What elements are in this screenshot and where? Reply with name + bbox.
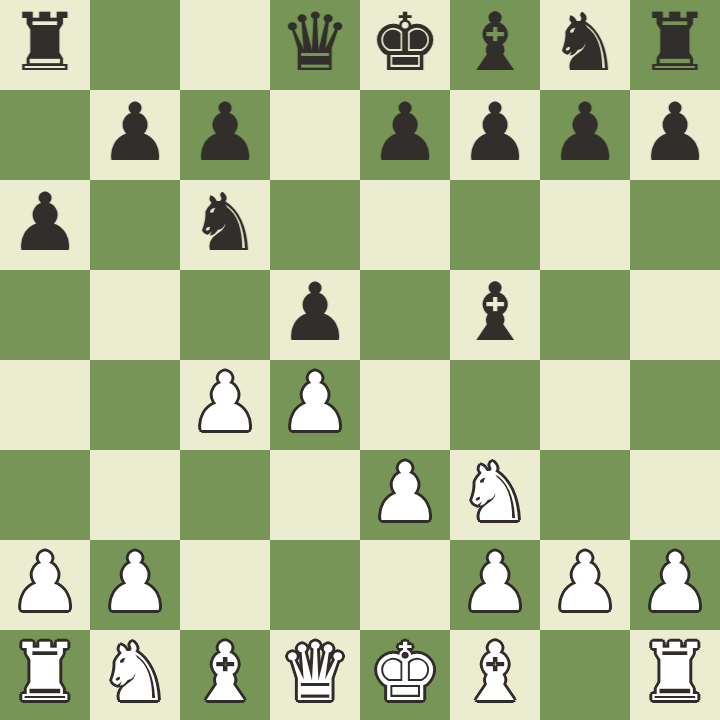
- piece-black-bishop[interactable]: ♝: [459, 0, 531, 88]
- square-a6[interactable]: ♟: [0, 180, 90, 270]
- piece-black-pawn[interactable]: ♟: [549, 90, 621, 178]
- piece-white-pawn[interactable]: ♟: [639, 540, 711, 628]
- square-h6[interactable]: [630, 180, 720, 270]
- square-e4[interactable]: [360, 360, 450, 450]
- square-h5[interactable]: [630, 270, 720, 360]
- square-b7[interactable]: ♟: [90, 90, 180, 180]
- square-c7[interactable]: ♟: [180, 90, 270, 180]
- piece-black-bishop[interactable]: ♝: [459, 270, 531, 358]
- piece-white-king[interactable]: ♚: [369, 630, 441, 718]
- piece-white-rook[interactable]: ♜: [9, 630, 81, 718]
- square-a2[interactable]: ♟: [0, 540, 90, 630]
- square-c1[interactable]: ♝: [180, 630, 270, 720]
- square-c8[interactable]: [180, 0, 270, 90]
- square-a8[interactable]: ♜: [0, 0, 90, 90]
- square-c4[interactable]: ♟: [180, 360, 270, 450]
- square-d7[interactable]: [270, 90, 360, 180]
- square-b8[interactable]: [90, 0, 180, 90]
- square-a3[interactable]: [0, 450, 90, 540]
- square-b3[interactable]: [90, 450, 180, 540]
- piece-white-pawn[interactable]: ♟: [9, 540, 81, 628]
- square-a1[interactable]: ♜: [0, 630, 90, 720]
- square-f5[interactable]: ♝: [450, 270, 540, 360]
- piece-black-queen[interactable]: ♛: [279, 0, 351, 88]
- piece-black-king[interactable]: ♚: [369, 0, 441, 88]
- square-c6[interactable]: ♞: [180, 180, 270, 270]
- square-b5[interactable]: [90, 270, 180, 360]
- square-h1[interactable]: ♜: [630, 630, 720, 720]
- square-e6[interactable]: [360, 180, 450, 270]
- square-d6[interactable]: [270, 180, 360, 270]
- square-c2[interactable]: [180, 540, 270, 630]
- square-e5[interactable]: [360, 270, 450, 360]
- piece-black-pawn[interactable]: ♟: [639, 90, 711, 178]
- square-f6[interactable]: [450, 180, 540, 270]
- square-g1[interactable]: [540, 630, 630, 720]
- square-g2[interactable]: ♟: [540, 540, 630, 630]
- piece-white-pawn[interactable]: ♟: [99, 540, 171, 628]
- square-g8[interactable]: ♞: [540, 0, 630, 90]
- piece-black-knight[interactable]: ♞: [189, 180, 261, 268]
- square-f3[interactable]: ♞: [450, 450, 540, 540]
- piece-white-knight[interactable]: ♞: [459, 450, 531, 538]
- square-g5[interactable]: [540, 270, 630, 360]
- square-h4[interactable]: [630, 360, 720, 450]
- square-g6[interactable]: [540, 180, 630, 270]
- square-g4[interactable]: [540, 360, 630, 450]
- piece-black-pawn[interactable]: ♟: [189, 90, 261, 178]
- piece-white-rook[interactable]: ♜: [639, 630, 711, 718]
- square-b2[interactable]: ♟: [90, 540, 180, 630]
- square-f4[interactable]: [450, 360, 540, 450]
- piece-white-pawn[interactable]: ♟: [459, 540, 531, 628]
- square-e8[interactable]: ♚: [360, 0, 450, 90]
- piece-black-pawn[interactable]: ♟: [9, 180, 81, 268]
- square-e7[interactable]: ♟: [360, 90, 450, 180]
- square-b6[interactable]: [90, 180, 180, 270]
- piece-black-rook[interactable]: ♜: [9, 0, 81, 88]
- piece-white-pawn[interactable]: ♟: [369, 450, 441, 538]
- square-d4[interactable]: ♟: [270, 360, 360, 450]
- piece-black-pawn[interactable]: ♟: [459, 90, 531, 178]
- square-c5[interactable]: [180, 270, 270, 360]
- square-d5[interactable]: ♟: [270, 270, 360, 360]
- square-f7[interactable]: ♟: [450, 90, 540, 180]
- square-h3[interactable]: [630, 450, 720, 540]
- square-e1[interactable]: ♚: [360, 630, 450, 720]
- square-d8[interactable]: ♛: [270, 0, 360, 90]
- square-c3[interactable]: [180, 450, 270, 540]
- square-d3[interactable]: [270, 450, 360, 540]
- chess-board: ♜♛♚♝♞♜♟♟♟♟♟♟♟♞♟♝♟♟♟♞♟♟♟♟♟♜♞♝♛♚♝♜: [0, 0, 720, 720]
- square-d2[interactable]: [270, 540, 360, 630]
- square-a7[interactable]: [0, 90, 90, 180]
- piece-white-pawn[interactable]: ♟: [549, 540, 621, 628]
- piece-white-pawn[interactable]: ♟: [189, 360, 261, 448]
- piece-black-pawn[interactable]: ♟: [279, 270, 351, 358]
- piece-black-knight[interactable]: ♞: [549, 0, 621, 88]
- square-a4[interactable]: [0, 360, 90, 450]
- piece-black-rook[interactable]: ♜: [639, 0, 711, 88]
- square-b1[interactable]: ♞: [90, 630, 180, 720]
- square-a5[interactable]: [0, 270, 90, 360]
- square-e2[interactable]: [360, 540, 450, 630]
- piece-white-bishop[interactable]: ♝: [189, 630, 261, 718]
- piece-black-pawn[interactable]: ♟: [369, 90, 441, 178]
- piece-white-pawn[interactable]: ♟: [279, 360, 351, 448]
- square-g3[interactable]: [540, 450, 630, 540]
- square-b4[interactable]: [90, 360, 180, 450]
- square-g7[interactable]: ♟: [540, 90, 630, 180]
- square-f1[interactable]: ♝: [450, 630, 540, 720]
- square-f8[interactable]: ♝: [450, 0, 540, 90]
- square-e3[interactable]: ♟: [360, 450, 450, 540]
- square-h2[interactable]: ♟: [630, 540, 720, 630]
- square-f2[interactable]: ♟: [450, 540, 540, 630]
- piece-white-queen[interactable]: ♛: [279, 630, 351, 718]
- piece-black-pawn[interactable]: ♟: [99, 90, 171, 178]
- piece-white-knight[interactable]: ♞: [99, 630, 171, 718]
- square-d1[interactable]: ♛: [270, 630, 360, 720]
- square-h7[interactable]: ♟: [630, 90, 720, 180]
- piece-white-bishop[interactable]: ♝: [459, 630, 531, 718]
- square-h8[interactable]: ♜: [630, 0, 720, 90]
